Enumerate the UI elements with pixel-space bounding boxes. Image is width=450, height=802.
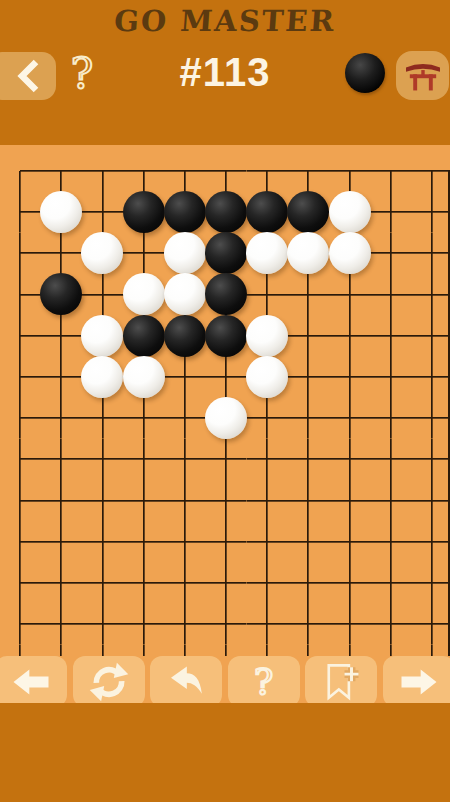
board-intersection[interactable] xyxy=(41,150,82,191)
board-intersection[interactable] xyxy=(41,562,82,603)
board-intersection[interactable] xyxy=(205,150,246,191)
board-intersection[interactable] xyxy=(82,150,123,191)
board-intersection[interactable] xyxy=(41,315,82,356)
board-intersection[interactable] xyxy=(411,274,450,315)
board-intersection[interactable] xyxy=(164,562,205,603)
arrow-left-icon xyxy=(9,662,53,702)
board-intersection[interactable] xyxy=(123,191,164,232)
board-intersection[interactable] xyxy=(370,150,411,191)
restart-button[interactable] xyxy=(73,656,145,707)
board-intersection[interactable] xyxy=(247,233,288,274)
board-intersection[interactable] xyxy=(41,397,82,438)
board-intersection[interactable] xyxy=(411,356,450,397)
bottom-toolbar: ? xyxy=(0,656,450,707)
board-intersection[interactable] xyxy=(0,150,41,191)
go-board[interactable] xyxy=(0,145,450,656)
board-intersection[interactable] xyxy=(205,645,246,656)
board-intersection[interactable] xyxy=(288,439,329,480)
stone-white xyxy=(40,191,82,233)
board-intersection[interactable] xyxy=(205,603,246,644)
board-intersection[interactable] xyxy=(329,397,370,438)
board-intersection[interactable] xyxy=(247,356,288,397)
board-intersection[interactable] xyxy=(82,315,123,356)
board-intersection[interactable] xyxy=(329,480,370,521)
board-intersection[interactable] xyxy=(247,315,288,356)
board-intersection[interactable] xyxy=(164,233,205,274)
board-intersection[interactable] xyxy=(247,645,288,656)
board-intersection[interactable] xyxy=(370,397,411,438)
stone-white xyxy=(123,273,165,315)
board-intersection[interactable] xyxy=(411,315,450,356)
board-intersection[interactable] xyxy=(0,645,41,656)
board-intersection[interactable] xyxy=(123,603,164,644)
board-intersection[interactable] xyxy=(288,356,329,397)
board-intersection[interactable] xyxy=(164,439,205,480)
stone-white xyxy=(81,356,123,398)
board-intersection[interactable] xyxy=(82,562,123,603)
stone-black xyxy=(205,315,247,357)
stone-white xyxy=(329,232,371,274)
board-intersection[interactable] xyxy=(82,645,123,656)
board-intersection[interactable] xyxy=(288,480,329,521)
stone-white xyxy=(246,356,288,398)
stone-black xyxy=(287,191,329,233)
board-intersection[interactable] xyxy=(205,356,246,397)
board-intersection[interactable] xyxy=(41,439,82,480)
stone-black xyxy=(164,191,206,233)
board-intersection[interactable] xyxy=(329,562,370,603)
board-intersection[interactable] xyxy=(247,603,288,644)
board-intersection[interactable] xyxy=(370,480,411,521)
board-intersection[interactable] xyxy=(329,233,370,274)
board-intersection[interactable] xyxy=(123,356,164,397)
board-intersection[interactable] xyxy=(205,315,246,356)
board-intersection[interactable] xyxy=(370,315,411,356)
grid-edge-line xyxy=(448,171,450,656)
board-intersection[interactable] xyxy=(288,562,329,603)
board-intersection[interactable] xyxy=(82,233,123,274)
stone-white xyxy=(81,232,123,274)
board-intersection[interactable] xyxy=(82,274,123,315)
stone-white xyxy=(205,397,247,439)
board-intersection[interactable] xyxy=(329,603,370,644)
stone-black xyxy=(123,191,165,233)
board-intersection[interactable] xyxy=(41,645,82,656)
board-intersection[interactable] xyxy=(164,315,205,356)
board-intersection[interactable] xyxy=(41,191,82,232)
stone-white xyxy=(246,232,288,274)
stone-black xyxy=(123,315,165,357)
board-intersection[interactable] xyxy=(370,603,411,644)
board-intersection[interactable] xyxy=(288,233,329,274)
board-intersection[interactable] xyxy=(411,191,450,232)
board-intersection[interactable] xyxy=(164,150,205,191)
board-intersection[interactable] xyxy=(0,603,41,644)
board-intersection[interactable] xyxy=(123,315,164,356)
board-intersection[interactable] xyxy=(205,480,246,521)
board-intersection[interactable] xyxy=(123,480,164,521)
undo-arrow-icon xyxy=(164,662,208,702)
board-intersection[interactable] xyxy=(123,150,164,191)
board-intersection[interactable] xyxy=(329,356,370,397)
board-intersection[interactable] xyxy=(123,562,164,603)
board-intersection[interactable] xyxy=(123,274,164,315)
bookmark-plus-icon xyxy=(319,661,363,703)
board-intersection[interactable] xyxy=(164,480,205,521)
board-intersection[interactable] xyxy=(329,274,370,315)
board-intersection[interactable] xyxy=(329,439,370,480)
board-intersection[interactable] xyxy=(370,274,411,315)
arrow-right-icon xyxy=(397,662,441,702)
board-intersection[interactable] xyxy=(164,603,205,644)
stone-white xyxy=(164,273,206,315)
board-intersection[interactable] xyxy=(0,562,41,603)
board-intersection[interactable] xyxy=(164,274,205,315)
board-intersection[interactable] xyxy=(411,233,450,274)
board-intersection[interactable] xyxy=(164,645,205,656)
board-intersection[interactable] xyxy=(41,480,82,521)
undo-button[interactable] xyxy=(150,656,222,707)
board-intersection[interactable] xyxy=(123,233,164,274)
board-intersection[interactable] xyxy=(329,315,370,356)
hint-button[interactable]: ? xyxy=(228,656,300,707)
board-intersection[interactable] xyxy=(247,562,288,603)
board-intersection[interactable] xyxy=(0,397,41,438)
board-intersection[interactable] xyxy=(41,603,82,644)
board-intersection[interactable] xyxy=(370,439,411,480)
stone-white xyxy=(246,315,288,357)
header-bar: GO MASTER ? #113 xyxy=(0,0,450,145)
board-intersection[interactable] xyxy=(370,645,411,656)
stone-white xyxy=(164,232,206,274)
board-intersection[interactable] xyxy=(205,397,246,438)
board-intersection[interactable] xyxy=(205,233,246,274)
board-intersection[interactable] xyxy=(164,191,205,232)
board-intersection[interactable] xyxy=(370,356,411,397)
board-intersection[interactable] xyxy=(0,233,41,274)
board-intersection[interactable] xyxy=(205,439,246,480)
board-intersection[interactable] xyxy=(0,191,41,232)
board-intersection[interactable] xyxy=(247,150,288,191)
board-intersection[interactable] xyxy=(411,480,450,521)
board-intersection[interactable] xyxy=(82,603,123,644)
board-intersection[interactable] xyxy=(123,439,164,480)
board-intersection[interactable] xyxy=(411,397,450,438)
board-intersection[interactable] xyxy=(0,356,41,397)
board-intersection[interactable] xyxy=(288,397,329,438)
board-intersection[interactable] xyxy=(82,480,123,521)
board-intersection[interactable] xyxy=(288,191,329,232)
stone-white xyxy=(81,315,123,357)
board-intersection[interactable] xyxy=(123,397,164,438)
board-intersection[interactable] xyxy=(41,521,82,562)
board-intersection[interactable] xyxy=(0,521,41,562)
board-intersection[interactable] xyxy=(288,645,329,656)
app-screen: GO MASTER ? #113 xyxy=(0,0,450,802)
board-intersection[interactable] xyxy=(247,480,288,521)
board-intersection[interactable] xyxy=(41,233,82,274)
shrine-button[interactable] xyxy=(396,51,449,100)
board-intersection[interactable] xyxy=(288,315,329,356)
next-puzzle-button[interactable] xyxy=(383,656,450,707)
board-intersection[interactable] xyxy=(247,274,288,315)
stone-white xyxy=(123,356,165,398)
board-intersection[interactable] xyxy=(0,480,41,521)
board-intersection[interactable] xyxy=(411,521,450,562)
board-intersection[interactable] xyxy=(411,439,450,480)
board-intersection[interactable] xyxy=(205,521,246,562)
board-intersection[interactable] xyxy=(370,562,411,603)
board-intersection[interactable] xyxy=(288,603,329,644)
board-intersection[interactable] xyxy=(82,439,123,480)
board-intersection[interactable] xyxy=(123,521,164,562)
board-intersection[interactable] xyxy=(288,274,329,315)
previous-puzzle-button[interactable] xyxy=(0,656,67,707)
board-intersection[interactable] xyxy=(164,397,205,438)
board-intersection[interactable] xyxy=(411,562,450,603)
board-intersection[interactable] xyxy=(205,191,246,232)
board-intersection[interactable] xyxy=(370,233,411,274)
stone-black xyxy=(246,191,288,233)
board-intersection[interactable] xyxy=(329,150,370,191)
board-intersection[interactable] xyxy=(41,356,82,397)
board-intersection[interactable] xyxy=(205,274,246,315)
stone-black xyxy=(164,315,206,357)
board-intersection[interactable] xyxy=(164,356,205,397)
board-intersection[interactable] xyxy=(370,521,411,562)
board-intersection[interactable] xyxy=(247,439,288,480)
board-intersection[interactable] xyxy=(247,191,288,232)
board-intersection[interactable] xyxy=(329,645,370,656)
bookmark-add-button[interactable] xyxy=(305,656,377,707)
board-intersection[interactable] xyxy=(123,645,164,656)
board-intersection[interactable] xyxy=(0,315,41,356)
go-board-grid[interactable] xyxy=(0,150,450,656)
board-intersection[interactable] xyxy=(82,397,123,438)
question-mark-icon: ? xyxy=(254,659,273,705)
board-intersection[interactable] xyxy=(164,521,205,562)
board-intersection[interactable] xyxy=(0,274,41,315)
torii-gate-icon xyxy=(404,59,442,93)
board-intersection[interactable] xyxy=(288,150,329,191)
board-intersection[interactable] xyxy=(82,356,123,397)
board-intersection[interactable] xyxy=(247,521,288,562)
refresh-icon xyxy=(88,661,130,703)
board-intersection[interactable] xyxy=(82,521,123,562)
board-intersection[interactable] xyxy=(0,439,41,480)
board-intersection[interactable] xyxy=(329,191,370,232)
stone-black xyxy=(40,273,82,315)
board-intersection[interactable] xyxy=(82,191,123,232)
stone-white xyxy=(287,232,329,274)
footer-bar xyxy=(0,703,450,802)
stone-white xyxy=(329,191,371,233)
board-intersection[interactable] xyxy=(411,603,450,644)
app-title: GO MASTER xyxy=(0,4,450,38)
board-intersection[interactable] xyxy=(370,191,411,232)
board-intersection[interactable] xyxy=(411,150,450,191)
board-intersection[interactable] xyxy=(288,521,329,562)
turn-indicator-black-stone xyxy=(345,53,385,93)
stone-black xyxy=(205,191,247,233)
stone-black xyxy=(205,232,247,274)
board-intersection[interactable] xyxy=(41,274,82,315)
board-intersection[interactable] xyxy=(205,562,246,603)
stone-black xyxy=(205,273,247,315)
board-intersection[interactable] xyxy=(411,645,450,656)
board-intersection[interactable] xyxy=(329,521,370,562)
board-intersection[interactable] xyxy=(247,397,288,438)
